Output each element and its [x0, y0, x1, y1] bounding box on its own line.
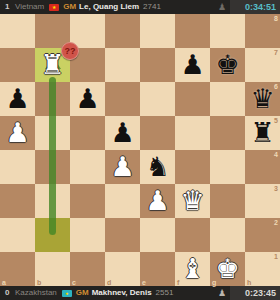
white-queen-f3[interactable]: ♛	[175, 184, 210, 218]
rank-label-2: 2	[274, 219, 278, 226]
rank-label-3: 3	[274, 185, 278, 192]
white-pawn-a5[interactable]: ♟	[0, 116, 35, 150]
chess-board[interactable]: 8765432abcdefg1h♜♟♚♟♟♛♟♟♜♟♞♟♛♝♚??	[0, 14, 280, 286]
square-h4[interactable]: 4	[245, 150, 280, 184]
square-a2[interactable]	[0, 218, 35, 252]
file-label-e: e	[142, 279, 146, 286]
square-f4[interactable]	[175, 150, 210, 184]
top-player-clock: 0:34:51	[230, 0, 280, 14]
file-label-h: h	[247, 279, 251, 286]
square-g8[interactable]	[210, 14, 245, 48]
square-g3[interactable]	[210, 184, 245, 218]
blunder-annotation-badge: ??	[61, 42, 79, 60]
black-rook-h5[interactable]: ♜	[245, 116, 280, 150]
black-pawn-f7[interactable]: ♟	[175, 48, 210, 82]
square-h1[interactable]: 1h	[245, 252, 280, 286]
black-pawn-c6[interactable]: ♟	[70, 82, 105, 116]
square-e1[interactable]: e	[140, 252, 175, 286]
bottom-player-title: GM	[76, 286, 89, 300]
square-h2[interactable]: 2	[245, 218, 280, 252]
top-player-rating: 2741	[143, 0, 161, 14]
square-a4[interactable]	[0, 150, 35, 184]
black-pawn-icon: ♟	[218, 0, 226, 14]
top-player-score: 1	[5, 0, 15, 14]
square-c4[interactable]	[70, 150, 105, 184]
square-f8[interactable]	[175, 14, 210, 48]
square-g5[interactable]	[210, 116, 245, 150]
square-e2[interactable]	[140, 218, 175, 252]
bottom-player-country: Kazakhstan	[15, 286, 57, 300]
square-c1[interactable]: c	[70, 252, 105, 286]
top-player-country: Vietnam	[15, 0, 44, 14]
bottom-player-clock: 0:23:45	[230, 286, 280, 300]
file-label-d: d	[107, 279, 111, 286]
black-king-g7[interactable]: ♚	[210, 48, 245, 82]
white-pawn-d4[interactable]: ♟	[105, 150, 140, 184]
square-a7[interactable]	[0, 48, 35, 82]
square-a1[interactable]: a	[0, 252, 35, 286]
square-c2[interactable]	[70, 218, 105, 252]
square-a8[interactable]	[0, 14, 35, 48]
square-f6[interactable]	[175, 82, 210, 116]
bottom-player-rating: 2551	[156, 286, 174, 300]
square-g6[interactable]	[210, 82, 245, 116]
square-e6[interactable]	[140, 82, 175, 116]
square-a3[interactable]	[0, 184, 35, 218]
square-d3[interactable]	[105, 184, 140, 218]
square-f5[interactable]	[175, 116, 210, 150]
top-player-name: Le, Quang Liem	[79, 0, 139, 14]
top-player-bar: 1 Vietnam ★ GM Le, Quang Liem 2741 ♟ 0:3…	[0, 0, 280, 14]
rank-label-4: 4	[274, 151, 278, 158]
square-e5[interactable]	[140, 116, 175, 150]
black-knight-e4[interactable]: ♞	[140, 150, 175, 184]
square-d6[interactable]	[105, 82, 140, 116]
file-label-c: c	[72, 279, 76, 286]
bottom-player-bar: 0 Kazakhstan ● GM Makhnev, Denis 2551 ♟ …	[0, 286, 280, 300]
rank-label-1: 1	[274, 253, 278, 260]
square-h3[interactable]: 3	[245, 184, 280, 218]
bottom-player-name: Makhnev, Denis	[92, 286, 152, 300]
square-g4[interactable]	[210, 150, 245, 184]
black-queen-h6[interactable]: ♛	[245, 82, 280, 116]
square-e7[interactable]	[140, 48, 175, 82]
square-h7[interactable]: 7	[245, 48, 280, 82]
broadcast-chess-widget: 1 Vietnam ★ GM Le, Quang Liem 2741 ♟ 0:3…	[0, 0, 280, 300]
white-pawn-icon: ♟	[218, 286, 226, 300]
square-g2[interactable]	[210, 218, 245, 252]
square-h8[interactable]: 8	[245, 14, 280, 48]
bottom-player-score: 0	[5, 286, 15, 300]
top-player-title: GM	[63, 0, 76, 14]
square-c3[interactable]	[70, 184, 105, 218]
white-pawn-e3[interactable]: ♟	[140, 184, 175, 218]
kazakhstan-flag-icon: ●	[62, 290, 72, 297]
square-f2[interactable]	[175, 218, 210, 252]
rank-label-8: 8	[274, 15, 278, 22]
square-d1[interactable]: d	[105, 252, 140, 286]
rank-label-7: 7	[274, 49, 278, 56]
move-arrow	[49, 77, 56, 235]
black-pawn-a6[interactable]: ♟	[0, 82, 35, 116]
square-d2[interactable]	[105, 218, 140, 252]
square-d8[interactable]	[105, 14, 140, 48]
vietnam-flag-icon: ★	[49, 4, 59, 11]
file-label-b: b	[37, 279, 41, 286]
square-d7[interactable]	[105, 48, 140, 82]
square-c5[interactable]	[70, 116, 105, 150]
white-bishop-f1[interactable]: ♝	[175, 252, 210, 286]
square-e8[interactable]	[140, 14, 175, 48]
black-pawn-d5[interactable]: ♟	[105, 116, 140, 150]
white-king-g1[interactable]: ♚	[210, 252, 245, 286]
file-label-a: a	[2, 279, 6, 286]
square-b1[interactable]: b	[35, 252, 70, 286]
